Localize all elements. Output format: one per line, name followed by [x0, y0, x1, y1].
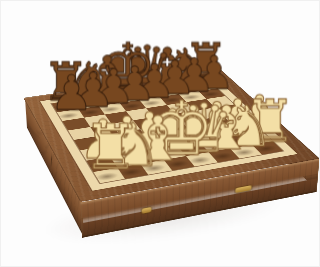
board-3d: ♜♞♝♛♚♝♞♜♟♟♟♟♟♟♟♟♟♟♟♟♟♟♟♟♜♞♝♛♚♝♞♜	[23, 70, 319, 203]
white-rook-icon: ♜	[83, 117, 138, 179]
chess-set-photo: ♜♞♝♛♚♝♞♜♟♟♟♟♟♟♟♟♟♟♟♟♟♟♟♟♜♞♝♛♚♝♞♜	[0, 0, 320, 267]
scene: ♜♞♝♛♚♝♞♜♟♟♟♟♟♟♟♟♟♟♟♟♟♟♟♟♜♞♝♛♚♝♞♜	[1, 1, 319, 266]
brass-hinge-icon	[235, 185, 251, 193]
brass-latch-icon	[142, 207, 152, 214]
